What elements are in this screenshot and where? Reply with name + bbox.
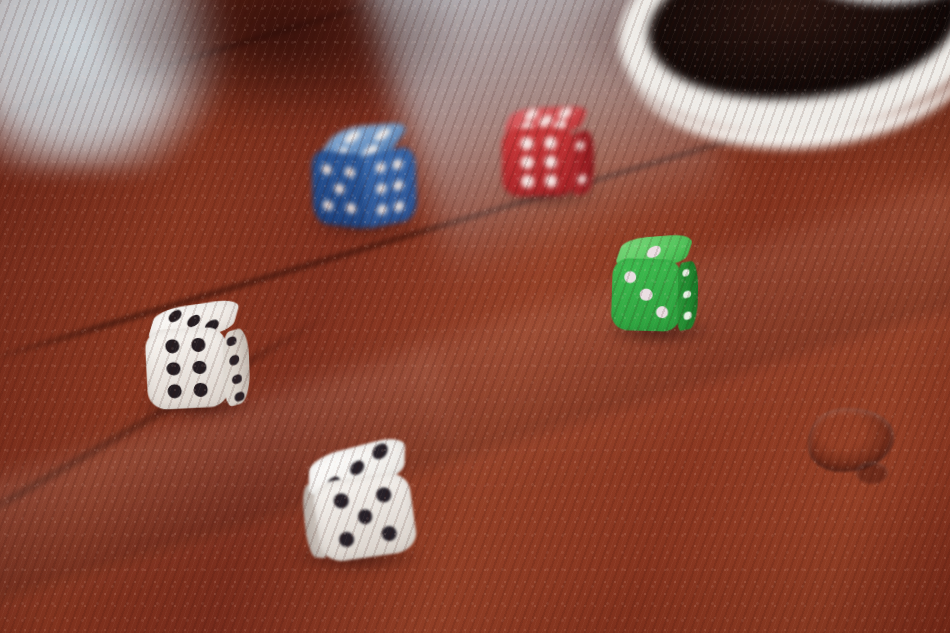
white-die-left-front-pip bbox=[168, 384, 182, 398]
white-die-bottom-front-face bbox=[311, 470, 419, 564]
photo-scene bbox=[0, 0, 950, 633]
white-die-left-side-face bbox=[222, 326, 250, 408]
blue-die-right-face bbox=[362, 145, 417, 229]
blue-die-right-pip bbox=[393, 179, 403, 191]
red-die-top-pip bbox=[536, 114, 554, 127]
white-die-left bbox=[144, 302, 250, 411]
red-die-front-pip bbox=[520, 137, 533, 150]
white-die-left-front-pip bbox=[191, 338, 205, 352]
red-die-side-pip bbox=[578, 173, 587, 184]
white-die-bottom bbox=[295, 440, 422, 566]
white-die-left-side-pip bbox=[234, 390, 244, 402]
white-die-bottom-front-pip bbox=[375, 486, 392, 503]
red-die-front-pip bbox=[521, 156, 534, 169]
blue-die-top-pip bbox=[342, 130, 364, 143]
white-die-left-side-pip bbox=[226, 335, 236, 347]
white-die-left-front-pip bbox=[167, 362, 181, 376]
white-die-left-front-face bbox=[144, 327, 229, 411]
white-die-bottom-top-pip bbox=[372, 442, 387, 460]
red-die-front-pip bbox=[544, 136, 557, 149]
red-die-side-face bbox=[572, 128, 594, 196]
green-die-side-pip bbox=[683, 290, 691, 299]
green-die-front-pip bbox=[656, 306, 669, 319]
white-die-bottom-front-pip bbox=[333, 492, 350, 509]
green-die bbox=[611, 235, 699, 333]
white-die-bottom-top-pip bbox=[349, 459, 364, 477]
white-die-left-front-pip bbox=[194, 383, 208, 397]
green-die-front-pip bbox=[640, 289, 653, 302]
blue-die-left-pip bbox=[345, 167, 355, 178]
red-die bbox=[502, 108, 594, 198]
blue-die-left-pip bbox=[346, 202, 356, 213]
blue-die bbox=[310, 125, 417, 229]
green-die-front-pip bbox=[624, 271, 637, 284]
dice-layer bbox=[0, 0, 950, 633]
white-die-bottom-front-pip bbox=[381, 525, 398, 542]
white-die-left-front-pip bbox=[165, 340, 179, 354]
blue-die-right-pip bbox=[375, 162, 385, 174]
blue-die-right-pip bbox=[394, 200, 404, 212]
red-die-top-pip bbox=[522, 109, 540, 122]
green-die-front-face bbox=[611, 258, 682, 332]
white-die-left-top-pip bbox=[186, 314, 202, 328]
blue-die-right-pip bbox=[376, 183, 386, 195]
red-die-front-face bbox=[501, 127, 576, 197]
blue-die-left-pip bbox=[334, 183, 344, 194]
blue-die-left-pip bbox=[323, 200, 333, 211]
green-die-side-pip bbox=[682, 269, 690, 278]
white-die-bottom-front-pip bbox=[357, 508, 374, 525]
blue-die-right-pip bbox=[392, 159, 402, 171]
red-die-front-pip bbox=[545, 175, 558, 188]
green-die-top-pip bbox=[645, 245, 662, 258]
green-die-side-face bbox=[677, 260, 698, 332]
red-die-side-pip bbox=[576, 140, 585, 151]
white-die-left-top-pip bbox=[167, 309, 183, 323]
red-die-front-pip bbox=[544, 155, 557, 168]
red-die-front-pip bbox=[521, 175, 534, 188]
blue-die-top-pip bbox=[371, 128, 393, 141]
white-die-bottom-front-pip bbox=[338, 531, 355, 548]
blue-die-right-pip bbox=[377, 203, 387, 215]
white-die-left-side-pip bbox=[232, 373, 242, 385]
white-die-left-side-pip bbox=[229, 354, 239, 366]
green-die-side-pip bbox=[684, 311, 692, 320]
blue-die-left-pip bbox=[321, 164, 331, 175]
white-die-left-front-pip bbox=[192, 361, 206, 375]
blue-die-left-face bbox=[311, 149, 367, 229]
red-die-top-pip bbox=[556, 107, 574, 120]
